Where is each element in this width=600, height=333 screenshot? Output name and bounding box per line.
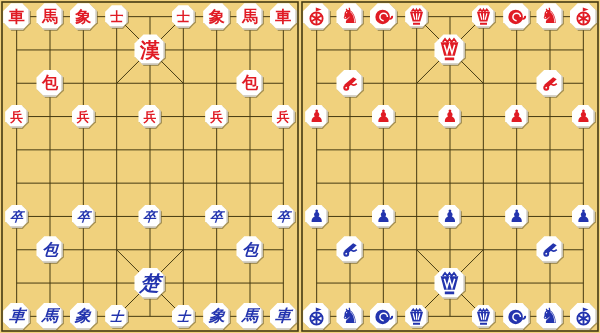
intersection[interactable]: 象 bbox=[200, 300, 233, 333]
piece-character: 馬 bbox=[242, 9, 258, 25]
piece-character: 漢 bbox=[140, 40, 160, 60]
intersection[interactable]: 包 bbox=[233, 67, 266, 100]
intersection[interactable] bbox=[200, 166, 233, 199]
intersection[interactable] bbox=[67, 67, 100, 100]
intersection[interactable] bbox=[133, 67, 166, 100]
intersection[interactable]: 馬 bbox=[233, 300, 266, 333]
piece-blue-guard[interactable]: 士 bbox=[172, 305, 195, 328]
intersection[interactable] bbox=[533, 133, 566, 166]
intersection[interactable] bbox=[567, 33, 600, 66]
piece-red-soldier[interactable]: 兵 bbox=[205, 105, 228, 128]
intersection[interactable] bbox=[200, 67, 233, 100]
intersection[interactable]: ♟ bbox=[300, 100, 333, 133]
piece-red-chariot[interactable]: 車 bbox=[3, 3, 30, 30]
intersection[interactable] bbox=[400, 200, 433, 233]
piece-red-soldier[interactable]: 兵 bbox=[72, 105, 95, 128]
intersection[interactable] bbox=[367, 67, 400, 100]
guard-icon bbox=[473, 6, 494, 27]
horse-icon: ♞ bbox=[541, 6, 560, 27]
intersection[interactable]: ♟ bbox=[433, 100, 466, 133]
intersection[interactable] bbox=[200, 233, 233, 266]
intersection[interactable]: 卒 bbox=[133, 200, 166, 233]
intersection[interactable] bbox=[233, 133, 266, 166]
intersection[interactable]: 兵 bbox=[67, 100, 100, 133]
intersection[interactable] bbox=[367, 0, 400, 33]
piece-character: 卒 bbox=[276, 210, 290, 223]
intersection[interactable] bbox=[367, 166, 400, 199]
intersection[interactable] bbox=[267, 133, 300, 166]
piece-blue-soldier[interactable]: 卒 bbox=[72, 205, 95, 228]
piece-character: 馬 bbox=[41, 308, 58, 324]
intersection[interactable] bbox=[33, 133, 66, 166]
soldier-icon: ♟ bbox=[576, 208, 591, 225]
intersection[interactable] bbox=[100, 33, 133, 66]
piece-character: 包 bbox=[242, 75, 258, 91]
intersection[interactable] bbox=[500, 166, 533, 199]
intersection[interactable] bbox=[300, 233, 333, 266]
piece-character: 兵 bbox=[210, 110, 223, 123]
intersection[interactable] bbox=[267, 67, 300, 100]
intersection[interactable]: ♟ bbox=[567, 200, 600, 233]
piece-character: 兵 bbox=[143, 110, 156, 123]
intersection[interactable]: 車 bbox=[267, 300, 300, 333]
piece-red-cannon[interactable]: 包 bbox=[36, 70, 63, 97]
intersection[interactable] bbox=[500, 67, 533, 100]
intersection[interactable] bbox=[133, 133, 166, 166]
soldier-icon: ♟ bbox=[376, 108, 391, 125]
piece-blue-soldier[interactable]: ♟ bbox=[572, 205, 595, 228]
intersection[interactable]: ♞ bbox=[533, 0, 566, 33]
intersection[interactable] bbox=[433, 67, 466, 100]
intersection[interactable]: 兵 bbox=[267, 100, 300, 133]
intersection[interactable] bbox=[200, 133, 233, 166]
intersection[interactable] bbox=[567, 133, 600, 166]
piece-blue-elephant[interactable]: 象 bbox=[70, 303, 97, 330]
intersection[interactable] bbox=[400, 266, 433, 299]
intersection[interactable] bbox=[167, 266, 200, 299]
piece-red-elephant[interactable] bbox=[503, 3, 530, 30]
piece-character: 車 bbox=[275, 9, 291, 25]
piece-red-chariot[interactable] bbox=[570, 3, 597, 30]
piece-character: 車 bbox=[8, 308, 25, 324]
intersection[interactable] bbox=[0, 266, 33, 299]
intersection[interactable] bbox=[233, 100, 266, 133]
piece-character: 包 bbox=[241, 242, 258, 258]
piece-character: 象 bbox=[75, 9, 91, 25]
piece-character: 兵 bbox=[277, 110, 290, 123]
piece-blue-soldier[interactable]: 卒 bbox=[138, 205, 161, 228]
piece-red-soldier[interactable]: ♟ bbox=[372, 105, 395, 128]
intersection[interactable] bbox=[367, 300, 400, 333]
piece-red-guard[interactable]: 士 bbox=[172, 5, 195, 28]
intersection[interactable]: 馬 bbox=[33, 0, 66, 33]
intersection[interactable]: ♞ bbox=[333, 300, 366, 333]
intersection[interactable] bbox=[567, 166, 600, 199]
intersection[interactable]: ♟ bbox=[500, 100, 533, 133]
general-icon bbox=[437, 271, 462, 296]
intersection[interactable]: 兵 bbox=[200, 100, 233, 133]
intersection[interactable] bbox=[300, 67, 333, 100]
soldier-icon: ♟ bbox=[442, 108, 457, 125]
piece-red-horse[interactable]: ♞ bbox=[336, 3, 363, 30]
piece-character: 士 bbox=[176, 310, 190, 323]
intersection[interactable] bbox=[500, 133, 533, 166]
piece-blue-soldier[interactable]: ♟ bbox=[305, 205, 328, 228]
intersection[interactable] bbox=[467, 67, 500, 100]
intersection[interactable] bbox=[67, 133, 100, 166]
intersection[interactable]: ♟ bbox=[300, 200, 333, 233]
intersection[interactable] bbox=[500, 266, 533, 299]
piece-blue-horse[interactable]: 馬 bbox=[236, 303, 263, 330]
intersection[interactable] bbox=[267, 233, 300, 266]
intersection[interactable] bbox=[133, 233, 166, 266]
intersection[interactable]: 車 bbox=[0, 300, 33, 333]
intersection[interactable] bbox=[0, 33, 33, 66]
piece-red-guard[interactable] bbox=[405, 5, 428, 28]
piece-blue-guard[interactable] bbox=[472, 305, 495, 328]
intersection[interactable] bbox=[400, 0, 433, 33]
chariot-icon bbox=[306, 6, 327, 27]
intersection[interactable]: 象 bbox=[200, 0, 233, 33]
intersection[interactable] bbox=[533, 233, 566, 266]
horse-icon: ♞ bbox=[341, 306, 360, 327]
piece-blue-elephant[interactable]: 象 bbox=[203, 303, 230, 330]
intersection[interactable] bbox=[400, 166, 433, 199]
piece-blue-soldier[interactable]: ♟ bbox=[372, 205, 395, 228]
piece-blue-soldier[interactable]: ♟ bbox=[505, 205, 528, 228]
piece-character: 士 bbox=[177, 10, 190, 23]
intersection[interactable]: 象 bbox=[67, 0, 100, 33]
intersection[interactable] bbox=[300, 166, 333, 199]
intersection[interactable] bbox=[267, 266, 300, 299]
intersection[interactable] bbox=[567, 233, 600, 266]
intersection[interactable] bbox=[533, 67, 566, 100]
piece-blue-general[interactable]: 楚 bbox=[134, 268, 165, 299]
intersection[interactable]: 馬 bbox=[233, 0, 266, 33]
piece-blue-elephant[interactable] bbox=[503, 303, 530, 330]
intersection[interactable] bbox=[33, 100, 66, 133]
intersection[interactable] bbox=[67, 233, 100, 266]
intersection[interactable]: ♞ bbox=[533, 300, 566, 333]
intersection[interactable] bbox=[167, 200, 200, 233]
piece-character: 卒 bbox=[143, 210, 157, 223]
intersection[interactable] bbox=[333, 266, 366, 299]
piece-blue-cannon[interactable]: 包 bbox=[236, 236, 263, 263]
intersection[interactable] bbox=[167, 33, 200, 66]
intersection[interactable] bbox=[267, 166, 300, 199]
intersection[interactable] bbox=[400, 233, 433, 266]
piece-character: 象 bbox=[208, 308, 225, 324]
soldier-icon: ♟ bbox=[309, 208, 324, 225]
piece-blue-guard[interactable]: 士 bbox=[105, 305, 128, 328]
piece-red-chariot[interactable] bbox=[303, 3, 330, 30]
piece-red-general[interactable]: 漢 bbox=[134, 34, 165, 65]
piece-red-soldier[interactable]: ♟ bbox=[305, 105, 328, 128]
board-pictorial: ♞ ♞ ♟♟♟♟♟♟♟♟♟♟ bbox=[300, 0, 600, 333]
intersection[interactable] bbox=[400, 133, 433, 166]
intersection[interactable]: ♟ bbox=[367, 200, 400, 233]
piece-character: 車 bbox=[9, 9, 25, 25]
intersection[interactable]: 兵 bbox=[133, 100, 166, 133]
intersection[interactable] bbox=[567, 67, 600, 100]
board-intersections: ♞ ♞ ♟♟♟♟♟♟♟♟♟♟ bbox=[300, 0, 600, 333]
intersection[interactable]: ♟ bbox=[433, 200, 466, 233]
intersection[interactable] bbox=[333, 200, 366, 233]
intersection[interactable]: 漢 bbox=[133, 33, 166, 66]
intersection[interactable]: 兵 bbox=[0, 100, 33, 133]
piece-red-soldier[interactable]: 兵 bbox=[5, 105, 28, 128]
piece-blue-soldier[interactable]: 卒 bbox=[205, 205, 228, 228]
guard-icon bbox=[406, 6, 427, 27]
intersection[interactable]: 士 bbox=[167, 0, 200, 33]
piece-blue-soldier[interactable]: 卒 bbox=[272, 205, 295, 228]
intersection[interactable] bbox=[167, 100, 200, 133]
piece-red-cannon[interactable]: 包 bbox=[236, 70, 263, 97]
elephant-icon bbox=[373, 306, 394, 327]
piece-red-elephant[interactable]: 象 bbox=[203, 3, 230, 30]
intersection[interactable]: ♟ bbox=[367, 100, 400, 133]
intersection[interactable] bbox=[233, 33, 266, 66]
piece-red-cannon[interactable] bbox=[336, 70, 363, 97]
intersection[interactable] bbox=[533, 200, 566, 233]
piece-blue-cannon[interactable]: 包 bbox=[36, 236, 63, 263]
piece-red-elephant[interactable] bbox=[370, 3, 397, 30]
elephant-icon bbox=[506, 306, 527, 327]
soldier-icon: ♟ bbox=[509, 208, 524, 225]
piece-blue-chariot[interactable]: 車 bbox=[270, 303, 297, 330]
elephant-icon bbox=[506, 6, 527, 27]
piece-blue-horse[interactable]: 馬 bbox=[36, 303, 63, 330]
intersection[interactable] bbox=[200, 266, 233, 299]
piece-character: 馬 bbox=[42, 9, 58, 25]
intersection[interactable] bbox=[100, 67, 133, 100]
horse-icon: ♞ bbox=[541, 306, 560, 327]
soldier-icon: ♟ bbox=[576, 108, 591, 125]
piece-red-elephant[interactable]: 象 bbox=[70, 3, 97, 30]
intersection[interactable] bbox=[100, 133, 133, 166]
intersection[interactable] bbox=[167, 166, 200, 199]
piece-blue-cannon[interactable] bbox=[536, 236, 563, 263]
intersection[interactable] bbox=[467, 0, 500, 33]
intersection[interactable] bbox=[0, 233, 33, 266]
intersection[interactable] bbox=[300, 0, 333, 33]
intersection[interactable] bbox=[333, 166, 366, 199]
intersection[interactable] bbox=[433, 33, 466, 66]
intersection[interactable] bbox=[433, 0, 466, 33]
soldier-icon: ♟ bbox=[509, 108, 524, 125]
intersection[interactable] bbox=[167, 133, 200, 166]
intersection[interactable] bbox=[100, 266, 133, 299]
intersection[interactable]: 士 bbox=[167, 300, 200, 333]
intersection[interactable] bbox=[233, 200, 266, 233]
intersection[interactable] bbox=[233, 266, 266, 299]
piece-character: 馬 bbox=[241, 308, 258, 324]
intersection[interactable] bbox=[333, 100, 366, 133]
intersection[interactable] bbox=[33, 200, 66, 233]
piece-character: 包 bbox=[41, 242, 58, 258]
board-hanja: 車馬象士士象馬車漢包包兵兵兵兵兵卒卒卒卒卒包包楚車馬象士士象馬車 bbox=[0, 0, 300, 333]
piece-blue-soldier[interactable]: ♟ bbox=[438, 205, 461, 228]
cannon-icon bbox=[339, 73, 360, 94]
intersection[interactable] bbox=[500, 33, 533, 66]
intersection[interactable] bbox=[400, 100, 433, 133]
intersection[interactable] bbox=[467, 133, 500, 166]
intersection[interactable]: ♞ bbox=[333, 0, 366, 33]
intersection[interactable]: 卒 bbox=[267, 200, 300, 233]
intersection[interactable]: 楚 bbox=[133, 266, 166, 299]
intersection[interactable]: ♟ bbox=[500, 200, 533, 233]
piece-red-soldier[interactable]: 兵 bbox=[272, 105, 295, 128]
intersection[interactable] bbox=[333, 33, 366, 66]
intersection[interactable]: 包 bbox=[33, 67, 66, 100]
piece-red-soldier[interactable]: ♟ bbox=[572, 105, 595, 128]
intersection[interactable] bbox=[467, 166, 500, 199]
piece-red-soldier[interactable]: ♟ bbox=[505, 105, 528, 128]
cannon-icon bbox=[539, 239, 560, 260]
intersection[interactable] bbox=[500, 0, 533, 33]
intersection[interactable]: 包 bbox=[33, 233, 66, 266]
piece-blue-horse[interactable]: ♞ bbox=[536, 303, 563, 330]
piece-red-soldier[interactable]: ♟ bbox=[438, 105, 461, 128]
intersection[interactable] bbox=[67, 266, 100, 299]
intersection[interactable]: 車 bbox=[0, 0, 33, 33]
intersection[interactable] bbox=[533, 33, 566, 66]
intersection[interactable] bbox=[467, 200, 500, 233]
general-icon bbox=[437, 37, 462, 62]
intersection[interactable] bbox=[567, 0, 600, 33]
guard-icon bbox=[473, 306, 494, 327]
intersection[interactable]: 包 bbox=[233, 233, 266, 266]
piece-character: 車 bbox=[275, 308, 292, 324]
intersection[interactable] bbox=[33, 266, 66, 299]
piece-blue-chariot[interactable] bbox=[570, 303, 597, 330]
intersection[interactable]: 士 bbox=[100, 0, 133, 33]
intersection[interactable] bbox=[333, 67, 366, 100]
intersection[interactable] bbox=[433, 233, 466, 266]
piece-red-cannon[interactable] bbox=[536, 70, 563, 97]
intersection[interactable] bbox=[367, 133, 400, 166]
intersection[interactable] bbox=[267, 33, 300, 66]
intersection[interactable] bbox=[67, 166, 100, 199]
intersection[interactable] bbox=[467, 100, 500, 133]
piece-red-horse[interactable]: ♞ bbox=[536, 3, 563, 30]
intersection[interactable] bbox=[167, 233, 200, 266]
piece-blue-horse[interactable]: ♞ bbox=[336, 303, 363, 330]
piece-character: 士 bbox=[110, 310, 124, 323]
intersection[interactable] bbox=[400, 67, 433, 100]
intersection[interactable]: 馬 bbox=[33, 300, 66, 333]
piece-blue-chariot[interactable] bbox=[303, 303, 330, 330]
elephant-icon bbox=[373, 6, 394, 27]
intersection[interactable] bbox=[433, 133, 466, 166]
intersection[interactable] bbox=[67, 33, 100, 66]
intersection[interactable] bbox=[500, 233, 533, 266]
intersection[interactable] bbox=[500, 300, 533, 333]
piece-red-horse[interactable]: 馬 bbox=[36, 3, 63, 30]
intersection[interactable] bbox=[0, 166, 33, 199]
intersection[interactable] bbox=[467, 33, 500, 66]
intersection[interactable] bbox=[233, 166, 266, 199]
piece-red-guard[interactable]: 士 bbox=[105, 5, 128, 28]
intersection[interactable] bbox=[33, 33, 66, 66]
intersection[interactable] bbox=[0, 133, 33, 166]
intersection[interactable] bbox=[533, 100, 566, 133]
intersection[interactable] bbox=[467, 233, 500, 266]
intersection[interactable] bbox=[100, 233, 133, 266]
intersection[interactable] bbox=[100, 100, 133, 133]
piece-red-general[interactable] bbox=[434, 34, 465, 65]
piece-red-guard[interactable] bbox=[472, 5, 495, 28]
intersection[interactable] bbox=[400, 300, 433, 333]
intersection[interactable] bbox=[300, 266, 333, 299]
piece-red-soldier[interactable]: 兵 bbox=[138, 105, 161, 128]
piece-red-chariot[interactable]: 車 bbox=[270, 3, 297, 30]
intersection[interactable] bbox=[100, 200, 133, 233]
intersection[interactable] bbox=[467, 266, 500, 299]
intersection[interactable] bbox=[567, 300, 600, 333]
intersection[interactable] bbox=[367, 266, 400, 299]
intersection[interactable] bbox=[300, 33, 333, 66]
piece-character: 卒 bbox=[76, 210, 90, 223]
piece-blue-elephant[interactable] bbox=[370, 303, 397, 330]
intersection[interactable] bbox=[433, 266, 466, 299]
intersection[interactable] bbox=[333, 133, 366, 166]
intersection[interactable]: 象 bbox=[67, 300, 100, 333]
janggi-double-board: 車馬象士士象馬車漢包包兵兵兵兵兵卒卒卒卒卒包包楚車馬象士士象馬車 ♞ ♞ ♟♟♟ bbox=[0, 0, 600, 333]
piece-character: 士 bbox=[110, 10, 123, 23]
piece-blue-cannon[interactable] bbox=[336, 236, 363, 263]
soldier-icon: ♟ bbox=[309, 108, 324, 125]
intersection[interactable]: 卒 bbox=[67, 200, 100, 233]
intersection[interactable] bbox=[433, 300, 466, 333]
intersection[interactable] bbox=[367, 233, 400, 266]
intersection[interactable] bbox=[133, 300, 166, 333]
intersection[interactable] bbox=[133, 166, 166, 199]
intersection[interactable] bbox=[200, 33, 233, 66]
intersection[interactable] bbox=[133, 0, 166, 33]
intersection[interactable] bbox=[533, 266, 566, 299]
piece-character: 卒 bbox=[10, 210, 24, 223]
intersection[interactable] bbox=[0, 67, 33, 100]
piece-blue-soldier[interactable]: 卒 bbox=[5, 205, 28, 228]
soldier-icon: ♟ bbox=[442, 208, 457, 225]
intersection[interactable] bbox=[333, 233, 366, 266]
intersection[interactable] bbox=[367, 33, 400, 66]
intersection[interactable]: 車 bbox=[267, 0, 300, 33]
piece-red-horse[interactable]: 馬 bbox=[236, 3, 263, 30]
intersection[interactable] bbox=[400, 33, 433, 66]
piece-character: 象 bbox=[75, 308, 92, 324]
intersection[interactable] bbox=[533, 166, 566, 199]
intersection[interactable]: ♟ bbox=[567, 100, 600, 133]
intersection[interactable]: 士 bbox=[100, 300, 133, 333]
intersection[interactable] bbox=[300, 300, 333, 333]
piece-blue-guard[interactable] bbox=[405, 305, 428, 328]
intersection[interactable]: 卒 bbox=[200, 200, 233, 233]
intersection[interactable] bbox=[300, 133, 333, 166]
piece-character: 卒 bbox=[210, 210, 224, 223]
intersection[interactable] bbox=[433, 166, 466, 199]
piece-blue-general[interactable] bbox=[434, 268, 465, 299]
intersection[interactable] bbox=[167, 67, 200, 100]
piece-blue-chariot[interactable]: 車 bbox=[3, 303, 30, 330]
intersection[interactable] bbox=[467, 300, 500, 333]
intersection[interactable] bbox=[567, 266, 600, 299]
board-intersections: 車馬象士士象馬車漢包包兵兵兵兵兵卒卒卒卒卒包包楚車馬象士士象馬車 bbox=[0, 0, 300, 333]
intersection[interactable] bbox=[100, 166, 133, 199]
intersection[interactable]: 卒 bbox=[0, 200, 33, 233]
intersection[interactable] bbox=[33, 166, 66, 199]
